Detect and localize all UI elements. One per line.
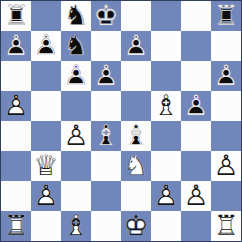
piece-white-king[interactable]: ♚♔ [121, 211, 151, 241]
square-e3[interactable]: ♞♘ [121, 151, 151, 181]
square-c2[interactable] [61, 181, 91, 211]
square-d7[interactable] [91, 31, 121, 61]
square-e2[interactable] [121, 181, 151, 211]
square-d8[interactable]: ♚♔ [91, 1, 121, 31]
square-c4[interactable]: ♟♙ [61, 121, 91, 151]
piece-black-pawn[interactable]: ♟♙ [1, 31, 31, 61]
square-g3[interactable] [181, 151, 211, 181]
square-e4[interactable]: ♝♗ [121, 121, 151, 151]
white-bishop-glyph-outline: ♗ [61, 211, 91, 241]
square-c3[interactable] [61, 151, 91, 181]
square-c1[interactable]: ♝♗ [61, 211, 91, 241]
white-rook-glyph-outline: ♖ [1, 211, 31, 241]
black-bishop-glyph-outline: ♗ [121, 121, 151, 151]
square-e8[interactable] [121, 1, 151, 31]
white-pawn-glyph-outline: ♙ [151, 181, 181, 211]
square-g2[interactable]: ♟♙ [181, 181, 211, 211]
white-knight-glyph-outline: ♘ [121, 151, 151, 181]
square-g6[interactable] [181, 61, 211, 91]
white-pawn-glyph-outline: ♙ [31, 181, 61, 211]
piece-white-rook[interactable]: ♜♖ [211, 211, 241, 241]
square-g4[interactable] [181, 121, 211, 151]
piece-black-knight[interactable]: ♞♘ [61, 31, 91, 61]
square-d5[interactable] [91, 91, 121, 121]
square-f8[interactable] [151, 1, 181, 31]
square-h2[interactable] [211, 181, 241, 211]
white-pawn-glyph-outline: ♙ [1, 91, 31, 121]
piece-white-pawn[interactable]: ♟♙ [1, 91, 31, 121]
piece-black-bishop[interactable]: ♝♗ [121, 121, 151, 151]
piece-white-pawn[interactable]: ♟♙ [181, 181, 211, 211]
square-d2[interactable] [91, 181, 121, 211]
piece-black-pawn[interactable]: ♟♙ [91, 61, 121, 91]
chess-board: ♜♖♞♘♚♔♜♖♟♙♟♙♞♘♟♙♟♙♟♙♟♙♟♙♝♗♟♙♟♙♝♗♝♗♛♕♞♘♟♙… [0, 0, 242, 242]
square-b7[interactable]: ♟♙ [31, 31, 61, 61]
white-rook-glyph-outline: ♖ [211, 211, 241, 241]
square-e6[interactable] [121, 61, 151, 91]
square-d3[interactable] [91, 151, 121, 181]
black-pawn-glyph-outline: ♙ [91, 61, 121, 91]
square-d1[interactable] [91, 211, 121, 241]
square-b1[interactable] [31, 211, 61, 241]
white-queen-glyph-outline: ♕ [31, 151, 61, 181]
piece-black-rook[interactable]: ♜♖ [211, 1, 241, 31]
square-c6[interactable]: ♟♙ [61, 61, 91, 91]
piece-white-pawn[interactable]: ♟♙ [31, 181, 61, 211]
square-a7[interactable]: ♟♙ [1, 31, 31, 61]
white-bishop-glyph-outline: ♗ [151, 91, 181, 121]
square-f2[interactable]: ♟♙ [151, 181, 181, 211]
square-h3[interactable]: ♟♙ [211, 151, 241, 181]
square-g7[interactable] [181, 31, 211, 61]
square-h7[interactable] [211, 31, 241, 61]
black-pawn-glyph-outline: ♙ [121, 31, 151, 61]
piece-white-pawn[interactable]: ♟♙ [211, 151, 241, 181]
square-f6[interactable] [151, 61, 181, 91]
square-a2[interactable] [1, 181, 31, 211]
square-c7[interactable]: ♞♘ [61, 31, 91, 61]
black-rook-glyph-outline: ♖ [211, 1, 241, 31]
square-e1[interactable]: ♚♔ [121, 211, 151, 241]
black-rook-glyph-outline: ♖ [1, 1, 31, 31]
square-b2[interactable]: ♟♙ [31, 181, 61, 211]
square-f4[interactable] [151, 121, 181, 151]
square-d4[interactable]: ♝♗ [91, 121, 121, 151]
square-b5[interactable] [31, 91, 61, 121]
square-b4[interactable] [31, 121, 61, 151]
piece-black-pawn[interactable]: ♟♙ [121, 31, 151, 61]
square-c8[interactable]: ♞♘ [61, 1, 91, 31]
piece-white-queen[interactable]: ♛♕ [31, 151, 61, 181]
square-h8[interactable]: ♜♖ [211, 1, 241, 31]
piece-black-rook[interactable]: ♜♖ [1, 1, 31, 31]
piece-black-king[interactable]: ♚♔ [91, 1, 121, 31]
square-d6[interactable]: ♟♙ [91, 61, 121, 91]
piece-white-pawn[interactable]: ♟♙ [151, 181, 181, 211]
square-b3[interactable]: ♛♕ [31, 151, 61, 181]
square-a4[interactable] [1, 121, 31, 151]
square-h6[interactable]: ♟♙ [211, 61, 241, 91]
square-h5[interactable] [211, 91, 241, 121]
black-pawn-glyph-outline: ♙ [181, 91, 211, 121]
square-f1[interactable] [151, 211, 181, 241]
square-c5[interactable] [61, 91, 91, 121]
square-a8[interactable]: ♜♖ [1, 1, 31, 31]
square-a1[interactable]: ♜♖ [1, 211, 31, 241]
piece-black-pawn[interactable]: ♟♙ [211, 61, 241, 91]
black-knight-glyph-outline: ♘ [61, 31, 91, 61]
piece-white-bishop[interactable]: ♝♗ [151, 91, 181, 121]
black-king-glyph-outline: ♔ [91, 1, 121, 31]
square-e5[interactable] [121, 91, 151, 121]
piece-black-pawn[interactable]: ♟♙ [181, 91, 211, 121]
black-pawn-glyph-outline: ♙ [211, 61, 241, 91]
piece-black-pawn[interactable]: ♟♙ [31, 31, 61, 61]
square-a3[interactable] [1, 151, 31, 181]
square-f3[interactable] [151, 151, 181, 181]
white-king-glyph-outline: ♔ [121, 211, 151, 241]
black-pawn-glyph-outline: ♙ [31, 31, 61, 61]
black-bishop-glyph-outline: ♗ [91, 121, 121, 151]
piece-black-pawn[interactable]: ♟♙ [61, 61, 91, 91]
piece-white-pawn[interactable]: ♟♙ [61, 121, 91, 151]
square-g8[interactable] [181, 1, 211, 31]
square-b6[interactable] [31, 61, 61, 91]
square-g5[interactable]: ♟♙ [181, 91, 211, 121]
white-pawn-glyph-outline: ♙ [181, 181, 211, 211]
square-f5[interactable]: ♝♗ [151, 91, 181, 121]
black-pawn-glyph-outline: ♙ [61, 61, 91, 91]
white-pawn-glyph-outline: ♙ [211, 151, 241, 181]
square-e7[interactable]: ♟♙ [121, 31, 151, 61]
square-a5[interactable]: ♟♙ [1, 91, 31, 121]
piece-white-knight[interactable]: ♞♘ [121, 151, 151, 181]
square-g1[interactable] [181, 211, 211, 241]
square-h4[interactable] [211, 121, 241, 151]
piece-black-knight[interactable]: ♞♘ [61, 1, 91, 31]
square-a6[interactable] [1, 61, 31, 91]
piece-white-rook[interactable]: ♜♖ [1, 211, 31, 241]
piece-black-bishop[interactable]: ♝♗ [91, 121, 121, 151]
chess-board-container: ♜♖♞♘♚♔♜♖♟♙♟♙♞♘♟♙♟♙♟♙♟♙♟♙♝♗♟♙♟♙♝♗♝♗♛♕♞♘♟♙… [0, 0, 242, 242]
black-knight-glyph-outline: ♘ [61, 1, 91, 31]
square-h1[interactable]: ♜♖ [211, 211, 241, 241]
square-b8[interactable] [31, 1, 61, 31]
white-pawn-glyph-outline: ♙ [61, 121, 91, 151]
square-f7[interactable] [151, 31, 181, 61]
piece-white-bishop[interactable]: ♝♗ [61, 211, 91, 241]
black-pawn-glyph-outline: ♙ [1, 31, 31, 61]
